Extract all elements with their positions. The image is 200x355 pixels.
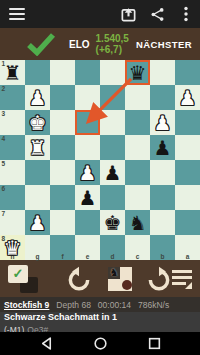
square-b3[interactable]: ♟: [150, 110, 175, 135]
square-h1[interactable]: 1♜: [0, 60, 25, 85]
square-h3[interactable]: 3: [0, 110, 25, 135]
square-c7[interactable]: ♞: [125, 210, 150, 235]
square-d7[interactable]: ♚: [100, 210, 125, 235]
puzzle-title: Schwarze Schachmatt in 1: [4, 312, 200, 323]
square-g2[interactable]: ♟: [25, 85, 50, 110]
piece-black-pawn[interactable]: ♟: [150, 135, 175, 160]
square-d4[interactable]: [100, 135, 125, 160]
square-h4[interactable]: 4: [0, 135, 25, 160]
square-f7[interactable]: [50, 210, 75, 235]
share-icon[interactable]: [147, 4, 167, 24]
square-d2[interactable]: [100, 85, 125, 110]
file-label-c: c: [136, 253, 140, 261]
chess-board: 1♜♛2♟♟3♚♟4♜♟5♟♟6♟7♟♚♞8h♛gfedcba: [0, 60, 200, 260]
piece-black-queen[interactable]: ♛: [125, 60, 150, 85]
square-g6[interactable]: [25, 185, 50, 210]
rank-label-7: 7: [2, 210, 6, 218]
mini-knight-icon: ♞: [108, 266, 120, 278]
square-c1[interactable]: ♛: [125, 60, 150, 85]
square-a2[interactable]: ♟: [175, 85, 200, 110]
mini-square-light: [120, 267, 132, 279]
puzzle-best-move: Qe3#: [27, 325, 48, 333]
piece-black-king[interactable]: ♚: [100, 210, 125, 235]
back-icon[interactable]: [37, 335, 55, 353]
elo-value: 1.540,5 (+6,7): [96, 33, 136, 55]
square-a4[interactable]: [175, 135, 200, 160]
rank-label-1: 1: [2, 60, 6, 68]
overflow-icon[interactable]: [176, 4, 196, 24]
square-b5[interactable]: [150, 160, 175, 185]
square-f2[interactable]: [50, 85, 75, 110]
rank-label-3: 3: [2, 110, 6, 118]
square-b1[interactable]: [150, 60, 175, 85]
board-area: 1♜♛2♟♟3♚♟4♜♟5♟♟6♟7♟♚♞8h♛gfedcba: [0, 60, 200, 260]
piece-white-pawn[interactable]: ♟: [150, 110, 175, 135]
square-e4[interactable]: [75, 135, 100, 160]
next-button[interactable]: NÄCHSTER: [136, 39, 192, 50]
rank-label-5: 5: [2, 160, 6, 168]
android-nav-bar: [0, 332, 200, 355]
rank-label-8: 8: [2, 235, 6, 243]
mini-disc-icon: [122, 280, 132, 290]
square-g8[interactable]: g: [25, 235, 50, 260]
square-c2[interactable]: [125, 85, 150, 110]
square-c5[interactable]: [125, 160, 150, 185]
square-h7[interactable]: 7: [0, 210, 25, 235]
rank-label-6: 6: [2, 185, 6, 193]
square-b8[interactable]: b: [150, 235, 175, 260]
engine-time: 00:00:14: [98, 300, 131, 310]
square-f6[interactable]: [50, 185, 75, 210]
menu-icon[interactable]: [9, 8, 25, 20]
toolbar: ✓ ♞: [0, 260, 200, 297]
results-front-card: ✓: [8, 265, 28, 283]
square-a3[interactable]: [175, 110, 200, 135]
square-d8[interactable]: d: [100, 235, 125, 260]
square-g4[interactable]: ♜: [25, 135, 50, 160]
engine-speed: 786kN/s: [138, 300, 169, 310]
results-boards-icon[interactable]: ✓: [8, 265, 40, 293]
home-icon[interactable]: [91, 335, 109, 353]
square-c3[interactable]: [125, 110, 150, 135]
square-h2[interactable]: 2: [0, 85, 25, 110]
engine-depth: Depth 68: [56, 300, 91, 310]
file-label-f: f: [61, 253, 63, 261]
square-f1[interactable]: [50, 60, 75, 85]
piece-white-pawn[interactable]: ♟: [75, 160, 100, 185]
mini-square-light3: [120, 279, 132, 291]
square-c4[interactable]: [125, 135, 150, 160]
piece-white-pawn[interactable]: ♟: [25, 85, 50, 110]
square-a7[interactable]: [175, 210, 200, 235]
square-d1[interactable]: [100, 60, 125, 85]
file-label-b: b: [161, 253, 165, 261]
square-g1[interactable]: [25, 60, 50, 85]
square-d5[interactable]: ♟: [100, 160, 125, 185]
square-e5[interactable]: ♟: [75, 160, 100, 185]
moves-menu-corner: [185, 282, 192, 289]
square-a1[interactable]: [175, 60, 200, 85]
check-icon: [26, 32, 56, 56]
rank-label-4: 4: [2, 135, 6, 143]
recents-icon[interactable]: [145, 335, 163, 353]
square-f4[interactable]: [50, 135, 75, 160]
piece-white-rook[interactable]: ♜: [25, 135, 50, 160]
square-f5[interactable]: [50, 160, 75, 185]
square-b4[interactable]: ♟: [150, 135, 175, 160]
engine-name[interactable]: Stockfish 9: [4, 300, 49, 310]
square-c8[interactable]: c: [125, 235, 150, 260]
file-label-d: d: [111, 253, 115, 261]
rank-label-2: 2: [2, 85, 6, 93]
square-f3[interactable]: [50, 110, 75, 135]
file-label-g: g: [36, 253, 40, 261]
undo-icon[interactable]: [66, 266, 92, 292]
moves-menu-icon[interactable]: [172, 270, 191, 287]
square-g7[interactable]: ♟: [25, 210, 50, 235]
piece-white-pawn[interactable]: ♟: [175, 85, 200, 110]
piece-white-pawn[interactable]: ♟: [25, 210, 50, 235]
square-d6[interactable]: [100, 185, 125, 210]
square-e1[interactable]: [75, 60, 100, 85]
square-e8[interactable]: e: [75, 235, 100, 260]
square-b2[interactable]: [150, 85, 175, 110]
square-h8[interactable]: 8h♛: [0, 235, 25, 260]
square-a8[interactable]: a: [175, 235, 200, 260]
square-a6[interactable]: [175, 185, 200, 210]
square-f8[interactable]: f: [50, 235, 75, 260]
mini-position-icon[interactable]: ♞: [108, 267, 132, 291]
file-label-h: h: [11, 253, 15, 261]
square-c6[interactable]: [125, 185, 150, 210]
mini-square-light2: [108, 279, 120, 291]
result-bar: ELO 1.540,5 (+6,7) NÄCHSTER: [0, 28, 200, 60]
mini-square-dark: ♞: [108, 267, 120, 279]
piece-black-knight[interactable]: ♞: [125, 210, 150, 235]
square-a5[interactable]: [175, 160, 200, 185]
square-h5[interactable]: 5: [0, 160, 25, 185]
square-b6[interactable]: [150, 185, 175, 210]
top-app-bar: [0, 0, 200, 28]
square-e2[interactable]: [75, 85, 100, 110]
puzzle-solution-line: (-M1)Qe3#: [4, 323, 200, 333]
piece-black-pawn[interactable]: ♟: [75, 185, 100, 210]
square-e6[interactable]: ♟: [75, 185, 100, 210]
puzzle-evaluation: (-M1): [4, 325, 24, 333]
piece-black-pawn[interactable]: ♟: [100, 160, 125, 185]
file-label-a: a: [186, 253, 190, 261]
square-h6[interactable]: 6: [0, 185, 25, 210]
elo-label: ELO: [69, 39, 90, 50]
piece-white-king[interactable]: ♚: [25, 110, 50, 135]
square-e3[interactable]: [75, 110, 100, 135]
file-label-e: e: [86, 253, 90, 261]
square-g3[interactable]: ♚: [25, 110, 50, 135]
square-d3[interactable]: [100, 110, 125, 135]
square-b7[interactable]: [150, 210, 175, 235]
open-board-icon[interactable]: [118, 4, 138, 24]
mini-check-icon: ✓: [13, 267, 24, 280]
square-g5[interactable]: [25, 160, 50, 185]
app-screen: ELO 1.540,5 (+6,7) NÄCHSTER 1♜♛2♟♟3♚♟4♜♟…: [0, 0, 200, 355]
puzzle-info: Schwarze Schachmatt in 1 (-M1)Qe3#: [0, 312, 200, 332]
redo-icon[interactable]: [146, 266, 172, 292]
engine-bar: Stockfish 9 Depth 68 00:00:14 786kN/s: [0, 297, 200, 312]
square-e7[interactable]: [75, 210, 100, 235]
